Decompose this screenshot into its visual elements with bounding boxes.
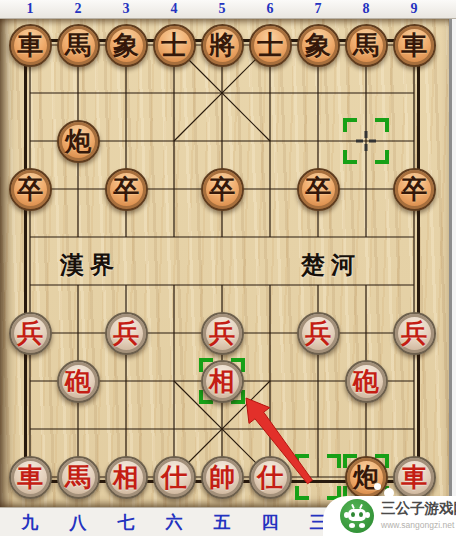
file-label-top: 2 [75,0,82,18]
file-label-bottom: 四 [262,512,279,534]
piece-black-soldier[interactable]: 卒 [297,168,340,211]
piece-black-cannon[interactable]: 炮 [345,456,388,499]
piece-red-advisor[interactable]: 仕 [249,456,292,499]
highlight-marker [327,486,339,498]
watermark: 三公子游戏网 www.sangongzi.net [323,496,456,536]
file-label-top: 3 [123,0,130,18]
site-logo-icon [340,499,374,533]
piece-red-cannon[interactable]: 砲 [345,360,388,403]
piece-black-advisor[interactable]: 士 [249,24,292,67]
file-label-top: 5 [219,0,226,18]
file-label-bottom: 七 [118,512,135,534]
file-label-top: 8 [363,0,370,18]
piece-black-rook[interactable]: 車 [9,24,52,67]
piece-black-elephant[interactable]: 象 [297,24,340,67]
file-label-top: 4 [171,0,178,18]
piece-red-general[interactable]: 帥 [201,456,244,499]
file-label-bottom: 八 [70,512,87,534]
piece-red-rook[interactable]: 車 [9,456,52,499]
xiangqi-app: 漢界 楚河 車馬象士將士象馬車炮卒卒卒卒卒兵兵兵兵兵砲相砲車馬相仕帥仕炮車 12… [0,0,456,536]
highlight-marker [375,120,387,132]
file-label-bottom: 六 [166,512,183,534]
piece-red-horse[interactable]: 馬 [57,456,100,499]
piece-black-soldier[interactable]: 卒 [393,168,436,211]
watermark-bubble [374,483,381,490]
piece-black-general[interactable]: 將 [201,24,244,67]
piece-red-advisor[interactable]: 仕 [153,456,196,499]
piece-red-soldier[interactable]: 兵 [393,312,436,355]
piece-black-advisor[interactable]: 士 [153,24,196,67]
highlight-marker [345,120,357,132]
piece-black-soldier[interactable]: 卒 [105,168,148,211]
top-coordinate-strip: 123456789 [0,0,456,19]
highlight-marker [297,456,309,468]
piece-black-rook[interactable]: 車 [393,24,436,67]
piece-black-soldier[interactable]: 卒 [201,168,244,211]
piece-red-soldier[interactable]: 兵 [297,312,340,355]
piece-black-horse[interactable]: 馬 [345,24,388,67]
highlight-marker [345,150,357,162]
move-markers [0,0,456,536]
piece-red-soldier[interactable]: 兵 [201,312,244,355]
piece-black-horse[interactable]: 馬 [57,24,100,67]
piece-red-cannon[interactable]: 砲 [57,360,100,403]
file-label-top: 7 [315,0,322,18]
file-label-bottom: 五 [214,512,231,534]
piece-black-cannon[interactable]: 炮 [57,120,100,163]
file-label-bottom: 九 [22,512,39,534]
file-label-top: 1 [27,0,34,18]
piece-black-soldier[interactable]: 卒 [9,168,52,211]
file-label-top: 9 [411,0,418,18]
site-url: www.sangongzi.net [381,520,456,530]
file-label-top: 6 [267,0,274,18]
piece-red-soldier[interactable]: 兵 [9,312,52,355]
piece-red-elephant[interactable]: 相 [105,456,148,499]
highlight-marker [327,456,339,468]
highlight-marker [375,150,387,162]
piece-red-soldier[interactable]: 兵 [105,312,148,355]
piece-red-rook[interactable]: 車 [393,456,436,499]
piece-black-elephant[interactable]: 象 [105,24,148,67]
piece-red-elephant[interactable]: 相 [201,360,244,403]
highlight-marker [297,486,309,498]
site-name: 三公子游戏网 [381,499,456,518]
